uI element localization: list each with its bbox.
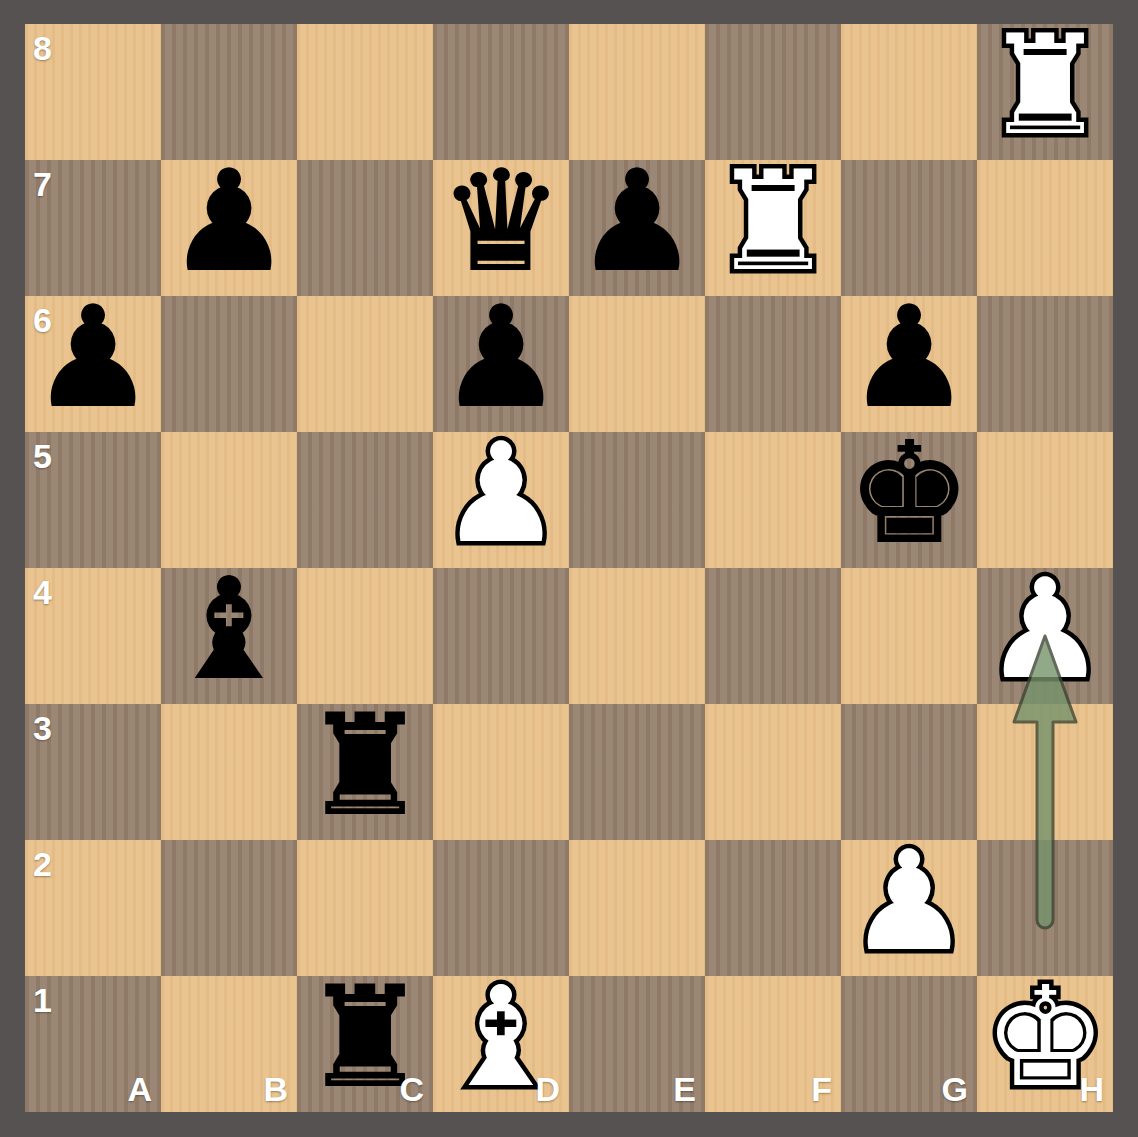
chess-board: 8♜7♟♛♟♜6♟♟♟5♟♚4♝♟3♜2♟1ABC♜D♝EFGH♚ <box>25 24 1113 1112</box>
chess-board-frame: 8♜7♟♛♟♜6♟♟♟5♟♚4♝♟3♜2♟1ABC♜D♝EFGH♚ <box>25 24 1113 1112</box>
white-rook-piece[interactable]: ♜ <box>711 153 835 291</box>
square-h2[interactable] <box>977 840 1113 976</box>
square-b1[interactable]: B <box>161 976 297 1112</box>
file-label-h: H <box>1079 1072 1104 1106</box>
square-g3[interactable] <box>841 704 977 840</box>
rank-label-2: 2 <box>33 847 52 881</box>
rank-label-3: 3 <box>33 711 52 745</box>
square-b5[interactable] <box>161 432 297 568</box>
square-a6[interactable]: 6♟ <box>25 296 161 432</box>
black-pawn-piece[interactable]: ♟ <box>575 153 699 291</box>
rank-label-8: 8 <box>33 31 52 65</box>
square-g8[interactable] <box>841 24 977 160</box>
square-e4[interactable] <box>569 568 705 704</box>
square-a1[interactable]: 1A <box>25 976 161 1112</box>
white-rook-piece[interactable]: ♜ <box>983 17 1107 155</box>
black-bishop-piece[interactable]: ♝ <box>167 561 291 699</box>
square-d7[interactable]: ♛ <box>433 160 569 296</box>
square-e5[interactable] <box>569 432 705 568</box>
black-pawn-piece[interactable]: ♟ <box>439 289 563 427</box>
square-h6[interactable] <box>977 296 1113 432</box>
square-d1[interactable]: D♝ <box>433 976 569 1112</box>
square-h5[interactable] <box>977 432 1113 568</box>
square-b3[interactable] <box>161 704 297 840</box>
square-c7[interactable] <box>297 160 433 296</box>
square-h3[interactable] <box>977 704 1113 840</box>
square-b6[interactable] <box>161 296 297 432</box>
file-label-a: A <box>127 1072 152 1106</box>
square-h1[interactable]: H♚ <box>977 976 1113 1112</box>
square-b8[interactable] <box>161 24 297 160</box>
black-pawn-piece[interactable]: ♟ <box>167 153 291 291</box>
square-f6[interactable] <box>705 296 841 432</box>
square-g5[interactable]: ♚ <box>841 432 977 568</box>
square-c1[interactable]: C♜ <box>297 976 433 1112</box>
square-f5[interactable] <box>705 432 841 568</box>
square-c2[interactable] <box>297 840 433 976</box>
square-a8[interactable]: 8 <box>25 24 161 160</box>
square-c8[interactable] <box>297 24 433 160</box>
square-b2[interactable] <box>161 840 297 976</box>
white-pawn-piece[interactable]: ♟ <box>983 561 1107 699</box>
file-label-c: C <box>399 1072 424 1106</box>
square-c4[interactable] <box>297 568 433 704</box>
rank-label-6: 6 <box>33 303 52 337</box>
file-label-b: B <box>263 1072 288 1106</box>
square-e2[interactable] <box>569 840 705 976</box>
square-f4[interactable] <box>705 568 841 704</box>
square-f7[interactable]: ♜ <box>705 160 841 296</box>
file-label-e: E <box>673 1072 696 1106</box>
rank-label-4: 4 <box>33 575 52 609</box>
rank-label-5: 5 <box>33 439 52 473</box>
square-f3[interactable] <box>705 704 841 840</box>
square-d2[interactable] <box>433 840 569 976</box>
square-a5[interactable]: 5 <box>25 432 161 568</box>
rank-label-7: 7 <box>33 167 52 201</box>
square-e7[interactable]: ♟ <box>569 160 705 296</box>
square-e6[interactable] <box>569 296 705 432</box>
square-h7[interactable] <box>977 160 1113 296</box>
square-d8[interactable] <box>433 24 569 160</box>
black-pawn-piece[interactable]: ♟ <box>847 289 971 427</box>
square-f8[interactable] <box>705 24 841 160</box>
square-f2[interactable] <box>705 840 841 976</box>
square-g7[interactable] <box>841 160 977 296</box>
white-pawn-piece[interactable]: ♟ <box>439 425 563 563</box>
square-b7[interactable]: ♟ <box>161 160 297 296</box>
white-pawn-piece[interactable]: ♟ <box>847 833 971 971</box>
black-queen-piece[interactable]: ♛ <box>439 153 563 291</box>
square-f1[interactable]: F <box>705 976 841 1112</box>
square-a3[interactable]: 3 <box>25 704 161 840</box>
square-g2[interactable]: ♟ <box>841 840 977 976</box>
square-e3[interactable] <box>569 704 705 840</box>
file-label-d: D <box>535 1072 560 1106</box>
square-g1[interactable]: G <box>841 976 977 1112</box>
file-label-g: G <box>942 1072 968 1106</box>
rank-label-1: 1 <box>33 983 52 1017</box>
black-rook-piece[interactable]: ♜ <box>303 697 427 835</box>
square-c5[interactable] <box>297 432 433 568</box>
square-h4[interactable]: ♟ <box>977 568 1113 704</box>
square-b4[interactable]: ♝ <box>161 568 297 704</box>
square-a7[interactable]: 7 <box>25 160 161 296</box>
square-h8[interactable]: ♜ <box>977 24 1113 160</box>
file-label-f: F <box>811 1072 832 1106</box>
square-e8[interactable] <box>569 24 705 160</box>
square-e1[interactable]: E <box>569 976 705 1112</box>
square-c3[interactable]: ♜ <box>297 704 433 840</box>
square-d4[interactable] <box>433 568 569 704</box>
square-d6[interactable]: ♟ <box>433 296 569 432</box>
black-king-piece[interactable]: ♚ <box>847 425 971 563</box>
square-a4[interactable]: 4 <box>25 568 161 704</box>
square-c6[interactable] <box>297 296 433 432</box>
square-d3[interactable] <box>433 704 569 840</box>
square-g4[interactable] <box>841 568 977 704</box>
square-d5[interactable]: ♟ <box>433 432 569 568</box>
square-a2[interactable]: 2 <box>25 840 161 976</box>
square-g6[interactable]: ♟ <box>841 296 977 432</box>
